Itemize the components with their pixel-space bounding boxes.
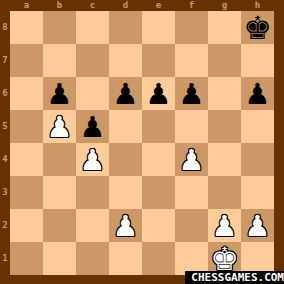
- white-pawn[interactable]: ♟: [109, 209, 142, 242]
- square-h8[interactable]: ♚: [241, 11, 274, 44]
- black-pawn[interactable]: ♟: [109, 77, 142, 110]
- rank-label-8: 8: [0, 11, 10, 44]
- square-d3[interactable]: [109, 176, 142, 209]
- square-b1[interactable]: [43, 242, 76, 275]
- square-d7[interactable]: [109, 44, 142, 77]
- square-e3[interactable]: [142, 176, 175, 209]
- square-c7[interactable]: [76, 44, 109, 77]
- square-d4[interactable]: [109, 143, 142, 176]
- square-c1[interactable]: [76, 242, 109, 275]
- file-label-a: a: [10, 0, 43, 11]
- white-pawn[interactable]: ♟: [208, 209, 241, 242]
- square-h2[interactable]: ♟: [241, 209, 274, 242]
- square-c3[interactable]: [76, 176, 109, 209]
- file-label-b: b: [43, 0, 76, 11]
- square-b3[interactable]: [43, 176, 76, 209]
- square-g4[interactable]: [208, 143, 241, 176]
- square-e2[interactable]: [142, 209, 175, 242]
- square-b2[interactable]: [43, 209, 76, 242]
- square-e5[interactable]: [142, 110, 175, 143]
- square-f3[interactable]: [175, 176, 208, 209]
- square-b6[interactable]: ♟: [43, 77, 76, 110]
- square-a6[interactable]: [10, 77, 43, 110]
- square-f7[interactable]: [175, 44, 208, 77]
- black-king[interactable]: ♚: [241, 11, 274, 44]
- file-label-d: d: [109, 0, 142, 11]
- rank-labels: 87654321: [0, 11, 10, 275]
- square-a3[interactable]: [10, 176, 43, 209]
- rank-label-3: 3: [0, 176, 10, 209]
- square-g8[interactable]: [208, 11, 241, 44]
- square-f2[interactable]: [175, 209, 208, 242]
- watermark: CHESSGAMES.COM: [185, 271, 284, 284]
- rank-label-5: 5: [0, 110, 10, 143]
- square-e6[interactable]: ♟: [142, 77, 175, 110]
- file-label-c: c: [76, 0, 109, 11]
- chess-board[interactable]: ♚♟♟♟♟♟♟♟♟♟♟♟♟♚: [10, 11, 274, 275]
- white-pawn[interactable]: ♟: [241, 209, 274, 242]
- rank-label-2: 2: [0, 209, 10, 242]
- square-h3[interactable]: [241, 176, 274, 209]
- square-e4[interactable]: [142, 143, 175, 176]
- square-f8[interactable]: [175, 11, 208, 44]
- square-f4[interactable]: ♟: [175, 143, 208, 176]
- white-pawn[interactable]: ♟: [175, 143, 208, 176]
- black-pawn[interactable]: ♟: [142, 77, 175, 110]
- square-g3[interactable]: [208, 176, 241, 209]
- square-a5[interactable]: [10, 110, 43, 143]
- square-c6[interactable]: [76, 77, 109, 110]
- square-b4[interactable]: [43, 143, 76, 176]
- square-d6[interactable]: ♟: [109, 77, 142, 110]
- square-b7[interactable]: [43, 44, 76, 77]
- square-g6[interactable]: [208, 77, 241, 110]
- square-a1[interactable]: [10, 242, 43, 275]
- file-label-f: f: [175, 0, 208, 11]
- rank-label-1: 1: [0, 242, 10, 275]
- square-e8[interactable]: [142, 11, 175, 44]
- square-c8[interactable]: [76, 11, 109, 44]
- square-h7[interactable]: [241, 44, 274, 77]
- square-b5[interactable]: ♟: [43, 110, 76, 143]
- square-g5[interactable]: [208, 110, 241, 143]
- black-pawn[interactable]: ♟: [175, 77, 208, 110]
- square-h4[interactable]: [241, 143, 274, 176]
- square-h6[interactable]: ♟: [241, 77, 274, 110]
- square-c5[interactable]: ♟: [76, 110, 109, 143]
- square-a8[interactable]: [10, 11, 43, 44]
- square-a7[interactable]: [10, 44, 43, 77]
- square-f5[interactable]: [175, 110, 208, 143]
- square-d8[interactable]: [109, 11, 142, 44]
- white-pawn[interactable]: ♟: [76, 143, 109, 176]
- square-b8[interactable]: [43, 11, 76, 44]
- file-label-e: e: [142, 0, 175, 11]
- black-pawn[interactable]: ♟: [43, 77, 76, 110]
- square-g7[interactable]: [208, 44, 241, 77]
- square-c4[interactable]: ♟: [76, 143, 109, 176]
- rank-label-4: 4: [0, 143, 10, 176]
- black-pawn[interactable]: ♟: [241, 77, 274, 110]
- square-d5[interactable]: [109, 110, 142, 143]
- rank-label-7: 7: [0, 44, 10, 77]
- square-f6[interactable]: ♟: [175, 77, 208, 110]
- square-h5[interactable]: [241, 110, 274, 143]
- square-g2[interactable]: ♟: [208, 209, 241, 242]
- square-a4[interactable]: [10, 143, 43, 176]
- file-labels: abcdefgh: [10, 0, 274, 11]
- square-e7[interactable]: [142, 44, 175, 77]
- square-d1[interactable]: [109, 242, 142, 275]
- chessboard-frame: abcdefgh 87654321 ♚♟♟♟♟♟♟♟♟♟♟♟♟♚ CHESSGA…: [0, 0, 284, 284]
- rank-label-6: 6: [0, 77, 10, 110]
- square-e1[interactable]: [142, 242, 175, 275]
- file-label-g: g: [208, 0, 241, 11]
- black-pawn[interactable]: ♟: [76, 110, 109, 143]
- white-pawn[interactable]: ♟: [43, 110, 76, 143]
- square-d2[interactable]: ♟: [109, 209, 142, 242]
- square-a2[interactable]: [10, 209, 43, 242]
- square-c2[interactable]: [76, 209, 109, 242]
